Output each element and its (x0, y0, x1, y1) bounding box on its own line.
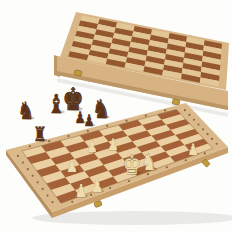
white-king-d3: ♚ (123, 149, 142, 180)
frame-dot (193, 119, 195, 121)
frame-dot (46, 194, 48, 196)
black-rook-a7: ♜ (33, 122, 47, 145)
frame-dot (109, 187, 111, 189)
frame-dot (71, 201, 73, 203)
white-pawn-c5: ♟ (86, 138, 97, 156)
frame-dot (29, 145, 31, 147)
frame-dot (125, 120, 127, 122)
black-knight-a8: ♞ (18, 97, 35, 125)
frame-dot (48, 140, 50, 142)
white-pawn-c2: ♟ (91, 175, 104, 196)
white-pawn-g4: ♟ (187, 141, 198, 159)
white-pawn-d5: ♟ (107, 136, 118, 154)
brass-clasp (172, 99, 180, 105)
frame-dot (32, 175, 34, 177)
black-knight-d8: ♞ (92, 93, 110, 123)
frame-dot (197, 123, 199, 125)
frame-dot (164, 109, 166, 111)
black-pawn-c7: ♟ (83, 112, 94, 130)
white-pawn-b2: ♟ (75, 180, 88, 201)
frame-dot (42, 188, 44, 190)
frame-dot (184, 109, 186, 111)
frame-dot (51, 201, 53, 203)
frame-dot (188, 114, 190, 116)
frame-dot (216, 143, 218, 145)
chess-set-photo-canvas: ♚♝♞♞♟♟♜♟♟♟♞♟♚♟♟ (0, 0, 232, 232)
frame-dot (22, 161, 24, 163)
frame-dot (67, 135, 69, 137)
white-knight-e3: ♞ (141, 149, 157, 176)
frame-dot (206, 133, 208, 135)
frame-dot (211, 138, 213, 140)
frame-dot (27, 168, 29, 170)
frame-dot (185, 159, 187, 161)
frame-dot (87, 130, 89, 132)
brass-clasp (74, 70, 82, 76)
frame-dot (202, 128, 204, 130)
black-bishop-b8: ♝ (47, 88, 65, 118)
frame-dot (166, 166, 168, 168)
frame-dot (37, 181, 39, 183)
frame-dot (17, 155, 19, 157)
white-pawn-b4: ♟ (66, 156, 78, 176)
frame-dot (204, 152, 206, 154)
frame-dot (145, 114, 147, 116)
frame-dot (106, 125, 108, 127)
product-photo-chess-set: ♚♝♞♞♟♟♜♟♟♟♞♟♚♟♟ (0, 0, 232, 232)
